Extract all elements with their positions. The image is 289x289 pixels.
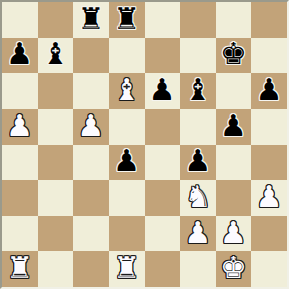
square-d8[interactable]: ♜ — [109, 2, 145, 38]
square-b2[interactable] — [38, 216, 74, 252]
square-e6[interactable]: ♟ — [145, 73, 181, 109]
piece-white-rook[interactable]: ♜ — [113, 253, 140, 283]
square-d7[interactable] — [109, 38, 145, 74]
piece-black-pawn[interactable]: ♟ — [149, 75, 176, 105]
square-c6[interactable] — [73, 73, 109, 109]
square-c5[interactable]: ♟ — [73, 109, 109, 145]
piece-white-pawn[interactable]: ♟ — [256, 182, 283, 212]
square-d6[interactable]: ♝ — [109, 73, 145, 109]
square-b6[interactable] — [38, 73, 74, 109]
piece-white-bishop[interactable]: ♝ — [113, 75, 140, 105]
square-f5[interactable] — [180, 109, 216, 145]
piece-white-pawn[interactable]: ♟ — [220, 218, 247, 248]
square-b5[interactable] — [38, 109, 74, 145]
piece-white-rook[interactable]: ♜ — [6, 253, 33, 283]
square-b3[interactable] — [38, 180, 74, 216]
square-h1[interactable] — [251, 251, 287, 287]
square-c3[interactable] — [73, 180, 109, 216]
square-e2[interactable] — [145, 216, 181, 252]
piece-black-bishop[interactable]: ♝ — [42, 39, 69, 69]
piece-white-king[interactable]: ♚ — [220, 253, 247, 283]
square-b1[interactable] — [38, 251, 74, 287]
piece-black-pawn[interactable]: ♟ — [184, 146, 211, 176]
square-b7[interactable]: ♝ — [38, 38, 74, 74]
square-a5[interactable]: ♟ — [2, 109, 38, 145]
square-d1[interactable]: ♜ — [109, 251, 145, 287]
square-h6[interactable]: ♟ — [251, 73, 287, 109]
square-d3[interactable] — [109, 180, 145, 216]
square-f7[interactable] — [180, 38, 216, 74]
piece-black-king[interactable]: ♚ — [220, 39, 247, 69]
square-a3[interactable] — [2, 180, 38, 216]
square-c2[interactable] — [73, 216, 109, 252]
square-a2[interactable] — [2, 216, 38, 252]
square-f3[interactable]: ♞ — [180, 180, 216, 216]
square-g8[interactable] — [216, 2, 252, 38]
square-a6[interactable] — [2, 73, 38, 109]
piece-white-pawn[interactable]: ♟ — [184, 218, 211, 248]
square-c7[interactable] — [73, 38, 109, 74]
piece-black-pawn[interactable]: ♟ — [220, 111, 247, 141]
square-c4[interactable] — [73, 145, 109, 181]
square-d4[interactable]: ♟ — [109, 145, 145, 181]
piece-black-rook[interactable]: ♜ — [78, 4, 105, 34]
square-g1[interactable]: ♚ — [216, 251, 252, 287]
square-h3[interactable]: ♟ — [251, 180, 287, 216]
piece-black-bishop[interactable]: ♝ — [184, 75, 211, 105]
square-a1[interactable]: ♜ — [2, 251, 38, 287]
square-c8[interactable]: ♜ — [73, 2, 109, 38]
square-h4[interactable] — [251, 145, 287, 181]
square-a7[interactable]: ♟ — [2, 38, 38, 74]
square-f2[interactable]: ♟ — [180, 216, 216, 252]
square-e8[interactable] — [145, 2, 181, 38]
square-e5[interactable] — [145, 109, 181, 145]
square-g4[interactable] — [216, 145, 252, 181]
square-b4[interactable] — [38, 145, 74, 181]
square-g2[interactable]: ♟ — [216, 216, 252, 252]
piece-white-pawn[interactable]: ♟ — [78, 111, 105, 141]
piece-black-pawn[interactable]: ♟ — [113, 146, 140, 176]
square-h7[interactable] — [251, 38, 287, 74]
square-d5[interactable] — [109, 109, 145, 145]
square-h8[interactable] — [251, 2, 287, 38]
square-a8[interactable] — [2, 2, 38, 38]
square-h2[interactable] — [251, 216, 287, 252]
square-f8[interactable] — [180, 2, 216, 38]
square-f6[interactable]: ♝ — [180, 73, 216, 109]
square-d2[interactable] — [109, 216, 145, 252]
piece-black-pawn[interactable]: ♟ — [6, 39, 33, 69]
piece-white-pawn[interactable]: ♟ — [6, 111, 33, 141]
square-h5[interactable] — [251, 109, 287, 145]
square-e7[interactable] — [145, 38, 181, 74]
square-e3[interactable] — [145, 180, 181, 216]
piece-black-rook[interactable]: ♜ — [113, 4, 140, 34]
chess-board-container: ♜♜♟♝♚♝♟♝♟♟♟♟♟♟♞♟♟♟♜♜♚ — [0, 0, 289, 289]
square-c1[interactable] — [73, 251, 109, 287]
square-b8[interactable] — [38, 2, 74, 38]
square-a4[interactable] — [2, 145, 38, 181]
piece-white-knight[interactable]: ♞ — [184, 182, 211, 212]
square-g6[interactable] — [216, 73, 252, 109]
square-f4[interactable]: ♟ — [180, 145, 216, 181]
square-g5[interactable]: ♟ — [216, 109, 252, 145]
square-g3[interactable] — [216, 180, 252, 216]
square-g7[interactable]: ♚ — [216, 38, 252, 74]
chess-board: ♜♜♟♝♚♝♟♝♟♟♟♟♟♟♞♟♟♟♜♜♚ — [0, 0, 289, 289]
square-e4[interactable] — [145, 145, 181, 181]
piece-black-pawn[interactable]: ♟ — [256, 75, 283, 105]
square-f1[interactable] — [180, 251, 216, 287]
square-e1[interactable] — [145, 251, 181, 287]
